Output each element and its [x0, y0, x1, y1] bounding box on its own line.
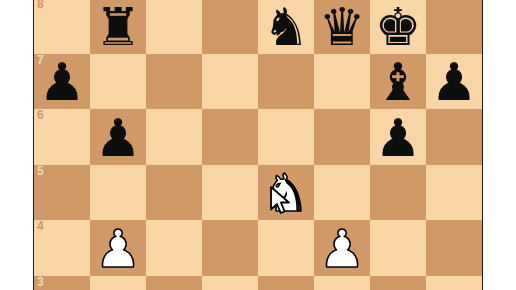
square-d5[interactable] [202, 165, 258, 221]
piece-black-bishop[interactable]: ♝ [375, 56, 422, 108]
square-a3[interactable]: 3 [34, 276, 90, 290]
piece-white-pawn[interactable]: ♟ [95, 223, 142, 275]
rank-label-3: 3 [37, 276, 44, 288]
square-b7[interactable] [90, 54, 146, 110]
square-f3[interactable] [314, 276, 370, 290]
piece-black-pawn[interactable]: ♟ [95, 112, 142, 164]
square-b6[interactable]: ♟ [90, 109, 146, 165]
piece-black-queen[interactable]: ♛ [319, 1, 366, 53]
square-f5[interactable] [314, 165, 370, 221]
piece-black-knight[interactable]: ♞ [263, 1, 310, 53]
square-e7[interactable] [258, 54, 314, 110]
square-a4[interactable]: 4 [34, 220, 90, 276]
square-d3[interactable] [202, 276, 258, 290]
piece-black-pawn[interactable]: ♟ [39, 56, 86, 108]
square-g8[interactable]: ♚ [370, 0, 426, 54]
square-d8[interactable] [202, 0, 258, 54]
square-h4[interactable] [426, 220, 482, 276]
rank-label-4: 4 [37, 220, 44, 232]
square-a7[interactable]: 7♟ [34, 54, 90, 110]
square-f7[interactable] [314, 54, 370, 110]
square-b8[interactable]: ♜ [90, 0, 146, 54]
rank-label-8: 8 [37, 0, 44, 10]
square-h5[interactable] [426, 165, 482, 221]
square-g7[interactable]: ♝ [370, 54, 426, 110]
piece-white-knight[interactable]: ♞ [263, 167, 310, 219]
square-g6[interactable]: ♟ [370, 109, 426, 165]
square-e5[interactable]: ♞ [258, 165, 314, 221]
square-d6[interactable] [202, 109, 258, 165]
square-b5[interactable] [90, 165, 146, 221]
square-g4[interactable] [370, 220, 426, 276]
square-c4[interactable] [146, 220, 202, 276]
piece-white-pawn[interactable]: ♟ [319, 223, 366, 275]
piece-black-pawn[interactable]: ♟ [431, 56, 478, 108]
square-h6[interactable] [426, 109, 482, 165]
square-c6[interactable] [146, 109, 202, 165]
square-g3[interactable] [370, 276, 426, 290]
page-background: 8♜♞♛♚7♟♝♟6♟♟5♞4♟♟321 [0, 0, 516, 290]
chess-board-grid: 8♜♞♛♚7♟♝♟6♟♟5♞4♟♟321 [34, 0, 482, 290]
piece-black-pawn[interactable]: ♟ [375, 112, 422, 164]
square-h7[interactable]: ♟ [426, 54, 482, 110]
piece-black-rook[interactable]: ♜ [95, 1, 142, 53]
square-f8[interactable]: ♛ [314, 0, 370, 54]
square-e4[interactable] [258, 220, 314, 276]
chess-board: 8♜♞♛♚7♟♝♟6♟♟5♞4♟♟321 [33, 0, 483, 290]
square-h8[interactable] [426, 0, 482, 54]
square-a8[interactable]: 8 [34, 0, 90, 54]
square-f6[interactable] [314, 109, 370, 165]
square-b3[interactable] [90, 276, 146, 290]
square-c8[interactable] [146, 0, 202, 54]
square-h3[interactable] [426, 276, 482, 290]
rank-label-5: 5 [37, 165, 44, 177]
square-c5[interactable] [146, 165, 202, 221]
square-f4[interactable]: ♟ [314, 220, 370, 276]
square-a6[interactable]: 6 [34, 109, 90, 165]
square-e6[interactable] [258, 109, 314, 165]
square-c7[interactable] [146, 54, 202, 110]
square-e8[interactable]: ♞ [258, 0, 314, 54]
square-a5[interactable]: 5 [34, 165, 90, 221]
rank-label-6: 6 [37, 109, 44, 121]
piece-black-king[interactable]: ♚ [375, 1, 422, 53]
square-e3[interactable] [258, 276, 314, 290]
square-c3[interactable] [146, 276, 202, 290]
square-d7[interactable] [202, 54, 258, 110]
square-b4[interactable]: ♟ [90, 220, 146, 276]
square-d4[interactable] [202, 220, 258, 276]
square-g5[interactable] [370, 165, 426, 221]
